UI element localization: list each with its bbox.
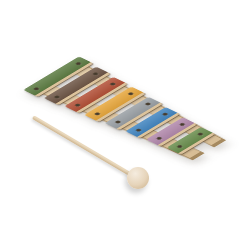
scene — [0, 0, 250, 250]
bar-pin-right-icon — [109, 82, 116, 86]
bar-pin-right-icon — [92, 72, 99, 76]
bar-pin-left-icon — [94, 112, 101, 116]
xylophone — [23, 56, 237, 167]
bar-pin-left-icon — [155, 136, 162, 140]
bar-pin-left-icon — [114, 120, 121, 124]
bar-pin-left-icon — [73, 103, 80, 107]
bar-pin-right-icon — [127, 92, 134, 96]
bar-pin-right-icon — [196, 132, 203, 136]
bar-pin-left-icon — [53, 95, 60, 99]
xylophone-bars — [23, 56, 237, 167]
bar-pin-right-icon — [144, 102, 151, 106]
bar-pin-left-icon — [135, 128, 142, 132]
bar-pin-left-icon — [175, 145, 182, 149]
bar-pin-right-icon — [74, 61, 81, 65]
bar-pin-left-icon — [32, 87, 39, 91]
mallet-ball — [127, 167, 149, 189]
bar-pin-right-icon — [161, 112, 168, 116]
bar-pin-right-icon — [179, 122, 186, 126]
